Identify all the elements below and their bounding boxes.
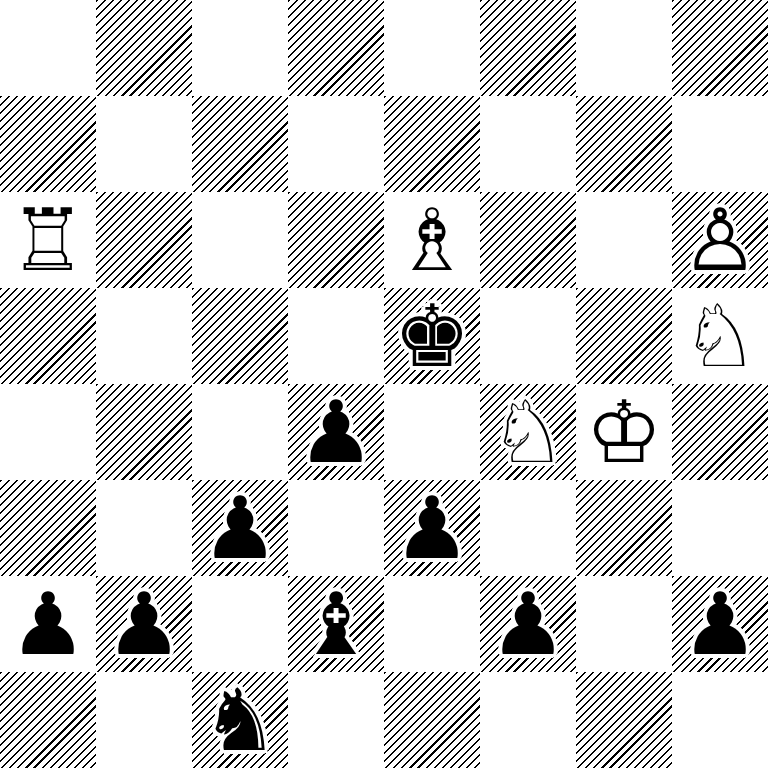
square-d4[interactable]: ♟♟ bbox=[288, 384, 384, 480]
white-rook-icon: ♖ bbox=[0, 192, 96, 288]
black-pawn-icon: ♟ bbox=[384, 480, 480, 576]
chess-app: { "game": "chess", "position": "8/8/R3B2… bbox=[0, 0, 768, 768]
square-f4[interactable]: ♞♘ bbox=[480, 384, 576, 480]
square-b5[interactable] bbox=[96, 288, 192, 384]
piece-white-rook[interactable]: ♜♖ bbox=[0, 192, 96, 288]
square-e1[interactable] bbox=[384, 672, 480, 768]
square-d8[interactable] bbox=[288, 0, 384, 96]
square-b6[interactable] bbox=[96, 192, 192, 288]
square-h6[interactable]: ♟♙ bbox=[672, 192, 768, 288]
square-e7[interactable] bbox=[384, 96, 480, 192]
square-e4[interactable] bbox=[384, 384, 480, 480]
square-c3[interactable]: ♟♟ bbox=[192, 480, 288, 576]
square-h8[interactable] bbox=[672, 0, 768, 96]
piece-black-pawn[interactable]: ♟♟ bbox=[672, 576, 768, 672]
square-f2[interactable]: ♟♟ bbox=[480, 576, 576, 672]
square-h5[interactable]: ♞♘ bbox=[672, 288, 768, 384]
square-d7[interactable] bbox=[288, 96, 384, 192]
square-a1[interactable] bbox=[0, 672, 96, 768]
square-e5[interactable]: ♚♚ bbox=[384, 288, 480, 384]
square-b8[interactable] bbox=[96, 0, 192, 96]
piece-black-pawn[interactable]: ♟♟ bbox=[480, 576, 576, 672]
chess-board: ♜♖♝♗♟♙♚♚♞♘♟♟♞♘♚♔♟♟♟♟♟♟♟♟♝♝♟♟♟♟♞♞ bbox=[0, 0, 768, 768]
square-h1[interactable] bbox=[672, 672, 768, 768]
black-pawn-icon: ♟ bbox=[672, 576, 768, 672]
square-c7[interactable] bbox=[192, 96, 288, 192]
square-b2[interactable]: ♟♟ bbox=[96, 576, 192, 672]
square-f7[interactable] bbox=[480, 96, 576, 192]
square-a4[interactable] bbox=[0, 384, 96, 480]
square-g1[interactable] bbox=[576, 672, 672, 768]
piece-black-pawn[interactable]: ♟♟ bbox=[192, 480, 288, 576]
square-e6[interactable]: ♝♗ bbox=[384, 192, 480, 288]
black-pawn-icon: ♟ bbox=[192, 480, 288, 576]
black-pawn-icon: ♟ bbox=[288, 384, 384, 480]
square-f6[interactable] bbox=[480, 192, 576, 288]
white-pawn-icon: ♙ bbox=[672, 192, 768, 288]
piece-white-knight[interactable]: ♞♘ bbox=[480, 384, 576, 480]
square-e2[interactable] bbox=[384, 576, 480, 672]
piece-white-knight[interactable]: ♞♘ bbox=[672, 288, 768, 384]
piece-white-king[interactable]: ♚♔ bbox=[576, 384, 672, 480]
square-d2[interactable]: ♝♝ bbox=[288, 576, 384, 672]
white-bishop-icon: ♗ bbox=[384, 192, 480, 288]
black-bishop-icon: ♝ bbox=[288, 576, 384, 672]
square-g5[interactable] bbox=[576, 288, 672, 384]
square-a7[interactable] bbox=[0, 96, 96, 192]
square-h7[interactable] bbox=[672, 96, 768, 192]
white-king-icon: ♔ bbox=[576, 384, 672, 480]
piece-black-pawn[interactable]: ♟♟ bbox=[0, 576, 96, 672]
square-d3[interactable] bbox=[288, 480, 384, 576]
piece-white-bishop[interactable]: ♝♗ bbox=[384, 192, 480, 288]
square-d6[interactable] bbox=[288, 192, 384, 288]
square-c1[interactable]: ♞♞ bbox=[192, 672, 288, 768]
square-d5[interactable] bbox=[288, 288, 384, 384]
square-c5[interactable] bbox=[192, 288, 288, 384]
square-f5[interactable] bbox=[480, 288, 576, 384]
square-f8[interactable] bbox=[480, 0, 576, 96]
square-f3[interactable] bbox=[480, 480, 576, 576]
square-b4[interactable] bbox=[96, 384, 192, 480]
square-g2[interactable] bbox=[576, 576, 672, 672]
piece-black-pawn[interactable]: ♟♟ bbox=[288, 384, 384, 480]
square-a6[interactable]: ♜♖ bbox=[0, 192, 96, 288]
square-c8[interactable] bbox=[192, 0, 288, 96]
black-pawn-icon: ♟ bbox=[0, 576, 96, 672]
square-h4[interactable] bbox=[672, 384, 768, 480]
square-b1[interactable] bbox=[96, 672, 192, 768]
square-g7[interactable] bbox=[576, 96, 672, 192]
square-g8[interactable] bbox=[576, 0, 672, 96]
square-e3[interactable]: ♟♟ bbox=[384, 480, 480, 576]
black-king-icon: ♚ bbox=[384, 288, 480, 384]
square-b3[interactable] bbox=[96, 480, 192, 576]
piece-black-king[interactable]: ♚♚ bbox=[384, 288, 480, 384]
piece-black-bishop[interactable]: ♝♝ bbox=[288, 576, 384, 672]
piece-black-pawn[interactable]: ♟♟ bbox=[384, 480, 480, 576]
square-a5[interactable] bbox=[0, 288, 96, 384]
white-knight-icon: ♘ bbox=[672, 288, 768, 384]
square-c4[interactable] bbox=[192, 384, 288, 480]
piece-black-pawn[interactable]: ♟♟ bbox=[96, 576, 192, 672]
piece-black-knight[interactable]: ♞♞ bbox=[192, 672, 288, 768]
square-a8[interactable] bbox=[0, 0, 96, 96]
square-c2[interactable] bbox=[192, 576, 288, 672]
square-c6[interactable] bbox=[192, 192, 288, 288]
black-pawn-icon: ♟ bbox=[480, 576, 576, 672]
square-g4[interactable]: ♚♔ bbox=[576, 384, 672, 480]
black-pawn-icon: ♟ bbox=[96, 576, 192, 672]
square-a2[interactable]: ♟♟ bbox=[0, 576, 96, 672]
square-g3[interactable] bbox=[576, 480, 672, 576]
square-b7[interactable] bbox=[96, 96, 192, 192]
square-d1[interactable] bbox=[288, 672, 384, 768]
black-knight-icon: ♞ bbox=[192, 672, 288, 768]
square-a3[interactable] bbox=[0, 480, 96, 576]
white-knight-icon: ♘ bbox=[480, 384, 576, 480]
square-h3[interactable] bbox=[672, 480, 768, 576]
square-h2[interactable]: ♟♟ bbox=[672, 576, 768, 672]
square-g6[interactable] bbox=[576, 192, 672, 288]
square-e8[interactable] bbox=[384, 0, 480, 96]
square-f1[interactable] bbox=[480, 672, 576, 768]
piece-white-pawn[interactable]: ♟♙ bbox=[672, 192, 768, 288]
